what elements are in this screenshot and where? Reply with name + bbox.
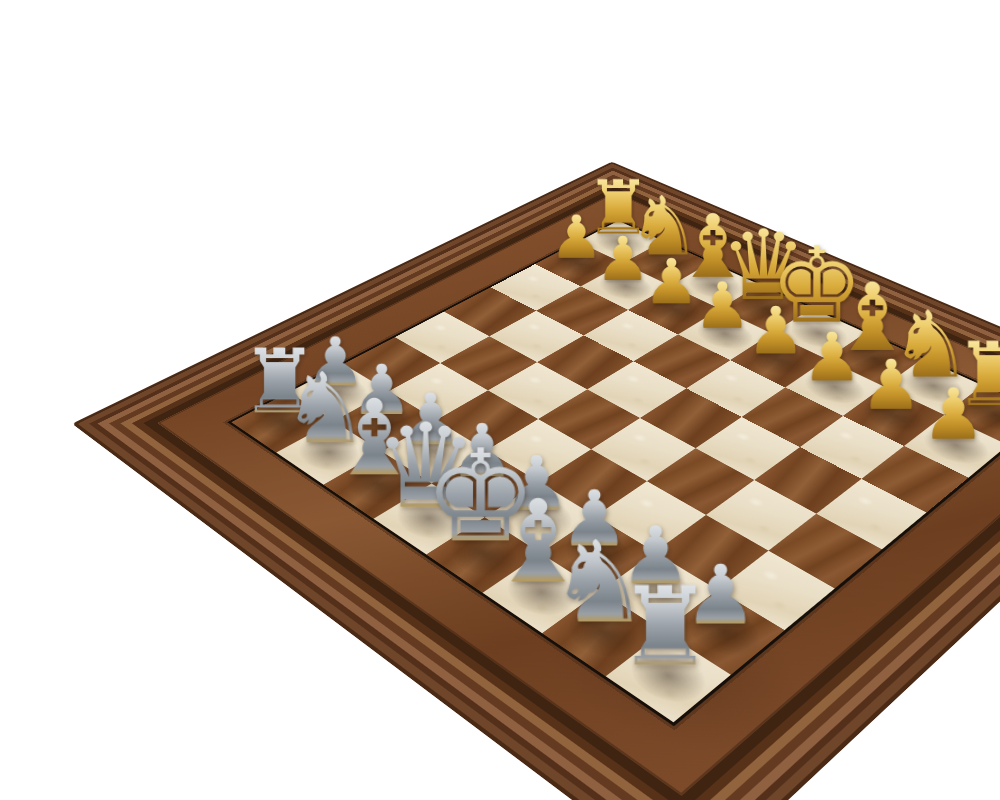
black-pawn[interactable]: ♟ (694, 277, 751, 336)
black-pawn[interactable]: ♟ (596, 231, 651, 287)
black-pawn[interactable]: ♟ (802, 327, 862, 389)
black-pawn[interactable]: ♟ (747, 301, 806, 361)
product-photo-stage: Elevated three-quarter product photograp… (0, 0, 1000, 800)
black-pawn[interactable]: ♟ (922, 382, 985, 447)
black-pawn[interactable]: ♟ (644, 254, 700, 311)
black-pawn[interactable]: ♟ (860, 354, 922, 417)
board-scene: ♜♞♝♛♚♝♞♜♟♟♟♟♟♟♟♟♟♟♟♟♟♟♟♟♜♞♝♛♚♝♞♜ (0, 0, 1000, 800)
white-rook[interactable]: ♜ (616, 579, 713, 679)
chess-board: ♜♞♝♛♚♝♞♜♟♟♟♟♟♟♟♟♟♟♟♟♟♟♟♟♜♞♝♛♚♝♞♜ (72, 162, 1000, 800)
